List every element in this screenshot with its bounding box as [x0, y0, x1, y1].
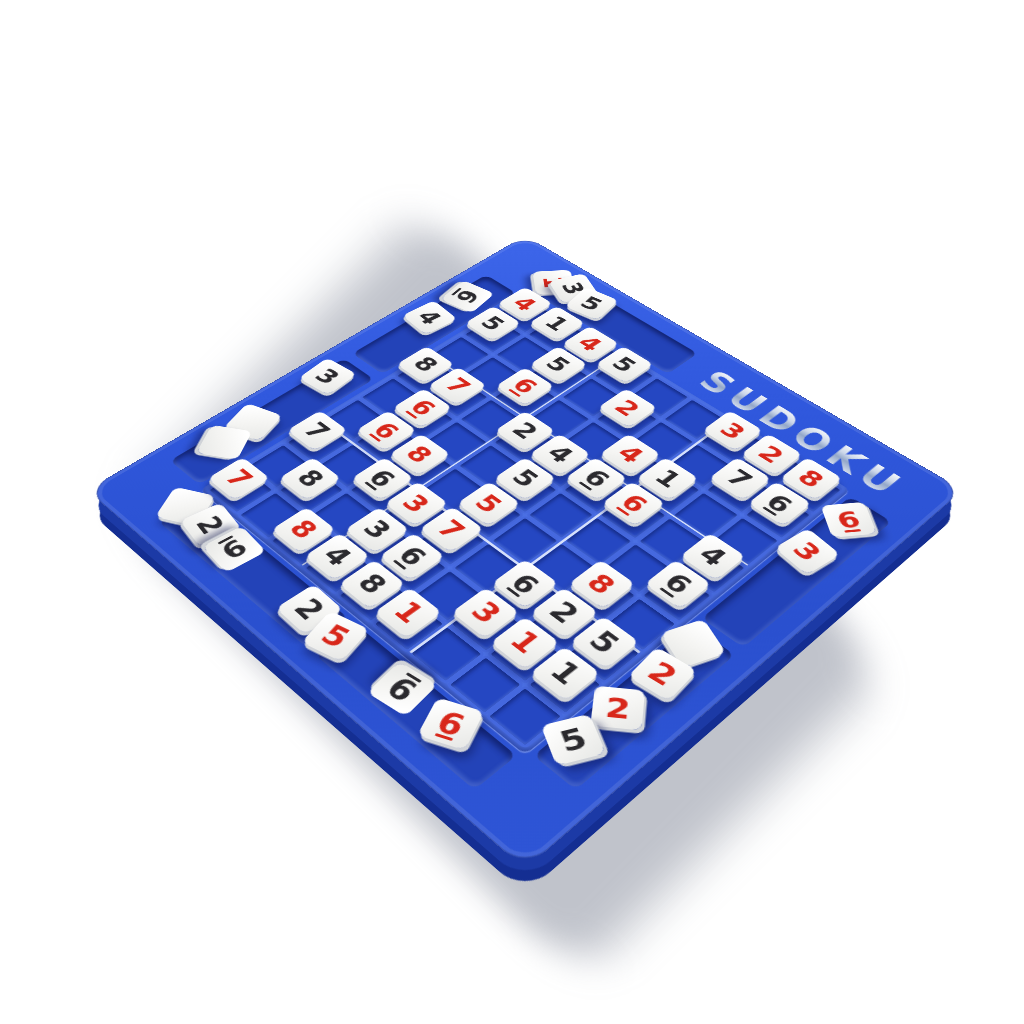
tray-tile[interactable]: 2 — [590, 686, 645, 731]
product-photo-stage: SUDOKU 414532855276641872466465668587637… — [0, 0, 1024, 1024]
board-top-face: SUDOKU 414532855276641872466465668587637… — [87, 236, 964, 870]
sudoku-board: SUDOKU 414532855276641872466465668587637… — [87, 236, 964, 870]
